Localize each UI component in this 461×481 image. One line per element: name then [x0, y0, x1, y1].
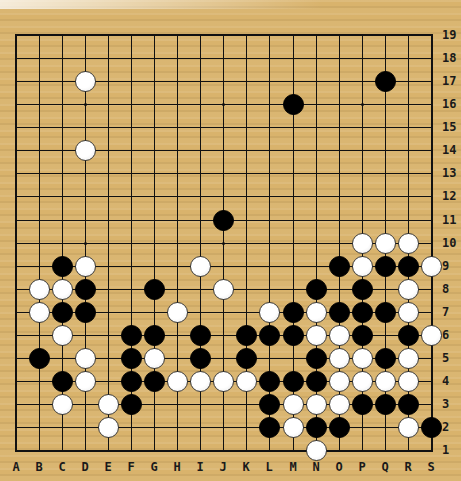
black-stone[interactable] — [75, 279, 96, 300]
white-stone[interactable] — [352, 371, 373, 392]
row-label: 15 — [442, 121, 461, 133]
black-stone[interactable] — [352, 325, 373, 346]
column-label: P — [354, 461, 370, 473]
black-stone[interactable] — [121, 325, 142, 346]
black-stone[interactable] — [213, 210, 234, 231]
white-stone[interactable] — [52, 325, 73, 346]
white-stone[interactable] — [352, 348, 373, 369]
star-point — [361, 103, 364, 106]
row-label: 17 — [442, 75, 461, 87]
white-stone[interactable] — [29, 279, 50, 300]
row-label: 9 — [442, 260, 461, 272]
black-stone[interactable] — [398, 394, 419, 415]
white-stone[interactable] — [167, 302, 188, 323]
white-stone[interactable] — [75, 371, 96, 392]
black-stone[interactable] — [190, 348, 211, 369]
black-stone[interactable] — [283, 325, 304, 346]
white-stone[interactable] — [375, 233, 396, 254]
row-label: 1 — [442, 444, 461, 456]
black-stone[interactable] — [190, 325, 211, 346]
white-stone[interactable] — [329, 371, 350, 392]
column-label: I — [192, 461, 208, 473]
black-stone[interactable] — [236, 348, 257, 369]
black-stone[interactable] — [144, 279, 165, 300]
black-stone[interactable] — [29, 348, 50, 369]
black-stone[interactable] — [259, 371, 280, 392]
column-label: N — [308, 461, 324, 473]
white-stone[interactable] — [190, 371, 211, 392]
black-stone[interactable] — [75, 302, 96, 323]
white-stone[interactable] — [398, 279, 419, 300]
white-stone[interactable] — [75, 71, 96, 92]
row-label: 3 — [442, 398, 461, 410]
star-point — [84, 242, 87, 245]
row-label: 5 — [442, 352, 461, 364]
column-label: M — [285, 461, 301, 473]
white-stone[interactable] — [75, 256, 96, 277]
white-stone[interactable] — [352, 233, 373, 254]
row-label: 7 — [442, 306, 461, 318]
white-stone[interactable] — [259, 302, 280, 323]
star-point — [84, 103, 87, 106]
black-stone[interactable] — [375, 302, 396, 323]
column-label: F — [123, 461, 139, 473]
column-label: E — [100, 461, 116, 473]
white-stone[interactable] — [144, 348, 165, 369]
black-stone[interactable] — [259, 325, 280, 346]
row-label: 10 — [442, 237, 461, 249]
column-label: S — [423, 461, 439, 473]
white-stone[interactable] — [398, 371, 419, 392]
white-stone[interactable] — [306, 440, 327, 461]
black-stone[interactable] — [398, 256, 419, 277]
black-stone[interactable] — [329, 302, 350, 323]
black-stone[interactable] — [121, 348, 142, 369]
black-stone[interactable] — [52, 256, 73, 277]
row-label: 12 — [442, 190, 461, 202]
column-label: C — [54, 461, 70, 473]
star-point — [222, 103, 225, 106]
black-stone[interactable] — [283, 94, 304, 115]
black-stone[interactable] — [306, 279, 327, 300]
white-stone[interactable] — [421, 256, 442, 277]
black-stone[interactable] — [283, 302, 304, 323]
white-stone[interactable] — [329, 325, 350, 346]
black-stone[interactable] — [144, 325, 165, 346]
white-stone[interactable] — [190, 256, 211, 277]
white-stone[interactable] — [29, 302, 50, 323]
column-label: R — [400, 461, 416, 473]
black-stone[interactable] — [375, 71, 396, 92]
white-stone[interactable] — [398, 233, 419, 254]
column-label: Q — [377, 461, 393, 473]
white-stone[interactable] — [306, 302, 327, 323]
row-label: 11 — [442, 214, 461, 226]
white-stone[interactable] — [329, 348, 350, 369]
column-label: J — [215, 461, 231, 473]
go-board-app: ABCDEFGHIJKLMNOPQRS 19181716151413121110… — [0, 0, 461, 481]
black-stone[interactable] — [144, 371, 165, 392]
row-label: 8 — [442, 283, 461, 295]
black-stone[interactable] — [329, 256, 350, 277]
black-stone[interactable] — [259, 417, 280, 438]
black-stone[interactable] — [421, 417, 442, 438]
row-label: 2 — [442, 421, 461, 433]
row-label: 6 — [442, 329, 461, 341]
white-stone[interactable] — [398, 302, 419, 323]
black-stone[interactable] — [375, 348, 396, 369]
black-stone[interactable] — [398, 325, 419, 346]
black-stone[interactable] — [352, 394, 373, 415]
row-label: 16 — [442, 98, 461, 110]
black-stone[interactable] — [375, 256, 396, 277]
row-label: 19 — [442, 29, 461, 41]
white-stone[interactable] — [75, 348, 96, 369]
star-point — [222, 242, 225, 245]
white-stone[interactable] — [98, 417, 119, 438]
white-stone[interactable] — [213, 279, 234, 300]
column-label: L — [261, 461, 277, 473]
black-stone[interactable] — [236, 325, 257, 346]
white-stone[interactable] — [283, 394, 304, 415]
white-stone[interactable] — [398, 348, 419, 369]
white-stone[interactable] — [236, 371, 257, 392]
black-stone[interactable] — [52, 371, 73, 392]
white-stone[interactable] — [375, 371, 396, 392]
white-stone[interactable] — [283, 417, 304, 438]
row-label: 14 — [442, 144, 461, 156]
white-stone[interactable] — [329, 394, 350, 415]
column-label: O — [331, 461, 347, 473]
column-label: G — [146, 461, 162, 473]
row-label: 4 — [442, 375, 461, 387]
white-stone[interactable] — [352, 256, 373, 277]
white-stone[interactable] — [167, 371, 188, 392]
column-label: A — [8, 461, 24, 473]
white-stone[interactable] — [306, 325, 327, 346]
black-stone[interactable] — [121, 371, 142, 392]
black-stone[interactable] — [329, 417, 350, 438]
black-stone[interactable] — [306, 348, 327, 369]
white-stone[interactable] — [398, 417, 419, 438]
black-stone[interactable] — [121, 394, 142, 415]
white-stone[interactable] — [52, 394, 73, 415]
black-stone[interactable] — [283, 371, 304, 392]
black-stone[interactable] — [352, 279, 373, 300]
column-label: B — [31, 461, 47, 473]
white-stone[interactable] — [421, 325, 442, 346]
white-stone[interactable] — [98, 394, 119, 415]
black-stone[interactable] — [259, 394, 280, 415]
black-stone[interactable] — [52, 302, 73, 323]
white-stone[interactable] — [75, 140, 96, 161]
white-stone[interactable] — [213, 371, 234, 392]
column-label: H — [169, 461, 185, 473]
black-stone[interactable] — [306, 371, 327, 392]
white-stone[interactable] — [306, 394, 327, 415]
white-stone[interactable] — [52, 279, 73, 300]
black-stone[interactable] — [306, 417, 327, 438]
black-stone[interactable] — [352, 302, 373, 323]
row-label: 13 — [442, 167, 461, 179]
column-label: D — [77, 461, 93, 473]
row-label: 18 — [442, 52, 461, 64]
black-stone[interactable] — [375, 394, 396, 415]
column-label: K — [238, 461, 254, 473]
